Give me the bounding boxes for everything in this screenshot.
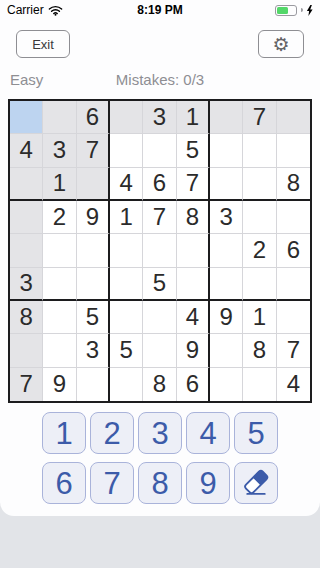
- cell-r3c6[interactable]: 3: [210, 201, 243, 234]
- cell-r0c1[interactable]: [43, 101, 76, 134]
- cell-r3c3[interactable]: 1: [110, 201, 143, 234]
- sudoku-board: 63174375146782917832635854913598779864: [8, 99, 312, 403]
- cell-r3c1[interactable]: 2: [43, 201, 76, 234]
- cell-r7c5[interactable]: 9: [177, 334, 210, 367]
- numpad-button-1[interactable]: 1: [42, 412, 86, 454]
- cell-r4c2[interactable]: [77, 234, 110, 267]
- exit-button[interactable]: Exit: [16, 30, 70, 58]
- cell-r7c8[interactable]: 7: [277, 334, 310, 367]
- battery-nub: [301, 8, 303, 12]
- cell-r8c4[interactable]: 8: [143, 368, 176, 401]
- charging-bolt-icon: [306, 5, 313, 16]
- cell-r7c4[interactable]: [143, 334, 176, 367]
- cell-r5c8[interactable]: [277, 268, 310, 301]
- cell-r4c4[interactable]: [143, 234, 176, 267]
- cell-r4c8[interactable]: 6: [277, 234, 310, 267]
- cell-r6c8[interactable]: [277, 301, 310, 334]
- numpad-button-7[interactable]: 7: [90, 462, 134, 504]
- cell-r0c5[interactable]: 1: [177, 101, 210, 134]
- cell-r1c4[interactable]: [143, 134, 176, 167]
- cell-r1c8[interactable]: [277, 134, 310, 167]
- cell-r6c3[interactable]: [110, 301, 143, 334]
- mistakes-label: Mistakes: 0/3: [0, 71, 320, 88]
- clock: 8:19 PM: [0, 3, 320, 17]
- cell-r8c7[interactable]: [243, 368, 276, 401]
- cell-r6c5[interactable]: 4: [177, 301, 210, 334]
- cell-r1c7[interactable]: [243, 134, 276, 167]
- cell-r7c3[interactable]: 5: [110, 334, 143, 367]
- cell-r7c7[interactable]: 8: [243, 334, 276, 367]
- cell-r6c7[interactable]: 1: [243, 301, 276, 334]
- app-card: Carrier 8:19 PM Exit ⚙ Easy Mistakes: 0/…: [0, 0, 320, 516]
- numpad-row-1: 12345: [42, 412, 278, 454]
- cell-r0c3[interactable]: [110, 101, 143, 134]
- cell-r3c4[interactable]: 7: [143, 201, 176, 234]
- cell-r7c6[interactable]: [210, 334, 243, 367]
- cell-r5c0[interactable]: 3: [10, 268, 43, 301]
- cell-r5c6[interactable]: [210, 268, 243, 301]
- cell-r2c5[interactable]: 7: [177, 168, 210, 201]
- cell-r5c1[interactable]: [43, 268, 76, 301]
- cell-r8c5[interactable]: 6: [177, 368, 210, 401]
- cell-r8c8[interactable]: 4: [277, 368, 310, 401]
- cell-r2c6[interactable]: [210, 168, 243, 201]
- cell-r6c6[interactable]: 9: [210, 301, 243, 334]
- cell-r0c8[interactable]: [277, 101, 310, 134]
- cell-r6c0[interactable]: 8: [10, 301, 43, 334]
- cell-r6c1[interactable]: [43, 301, 76, 334]
- cell-r1c1[interactable]: 3: [43, 134, 76, 167]
- numpad-button-4[interactable]: 4: [186, 412, 230, 454]
- battery-icon: [275, 5, 297, 16]
- info-bar: Easy Mistakes: 0/3: [0, 71, 320, 89]
- gear-icon: ⚙: [272, 35, 289, 54]
- cell-r8c0[interactable]: 7: [10, 368, 43, 401]
- cell-r5c2[interactable]: [77, 268, 110, 301]
- cell-r2c3[interactable]: 4: [110, 168, 143, 201]
- cell-r8c2[interactable]: [77, 368, 110, 401]
- cell-r7c0[interactable]: [10, 334, 43, 367]
- status-bar: Carrier 8:19 PM: [0, 0, 320, 20]
- cell-r6c4[interactable]: [143, 301, 176, 334]
- cell-r4c3[interactable]: [110, 234, 143, 267]
- cell-r7c1[interactable]: [43, 334, 76, 367]
- cell-r5c4[interactable]: 5: [143, 268, 176, 301]
- cell-r5c3[interactable]: [110, 268, 143, 301]
- cell-r4c0[interactable]: [10, 234, 43, 267]
- cell-r2c2[interactable]: [77, 168, 110, 201]
- cell-r4c1[interactable]: [43, 234, 76, 267]
- cell-r4c6[interactable]: [210, 234, 243, 267]
- eraser-button[interactable]: [234, 462, 278, 504]
- cell-r8c3[interactable]: [110, 368, 143, 401]
- cell-r1c6[interactable]: [210, 134, 243, 167]
- cell-r1c5[interactable]: 5: [177, 134, 210, 167]
- cell-r2c0[interactable]: [10, 168, 43, 201]
- cell-r0c4[interactable]: 3: [143, 101, 176, 134]
- cell-r1c2[interactable]: 7: [77, 134, 110, 167]
- cell-r2c1[interactable]: 1: [43, 168, 76, 201]
- numpad-button-3[interactable]: 3: [138, 412, 182, 454]
- cell-r5c7[interactable]: [243, 268, 276, 301]
- cell-r3c5[interactable]: 8: [177, 201, 210, 234]
- cell-r1c3[interactable]: [110, 134, 143, 167]
- cell-r5c5[interactable]: [177, 268, 210, 301]
- cell-r0c2[interactable]: 6: [77, 101, 110, 134]
- cell-r0c0[interactable]: [10, 101, 43, 134]
- eraser-icon: [241, 468, 271, 498]
- cell-r2c7[interactable]: [243, 168, 276, 201]
- cell-r6c2[interactable]: 5: [77, 301, 110, 334]
- cell-r3c7[interactable]: [243, 201, 276, 234]
- cell-r7c2[interactable]: 3: [77, 334, 110, 367]
- numpad-row-2: 6789: [42, 462, 278, 504]
- numpad-button-8[interactable]: 8: [138, 462, 182, 504]
- numpad-button-6[interactable]: 6: [42, 462, 86, 504]
- cell-r0c6[interactable]: [210, 101, 243, 134]
- numpad-button-9[interactable]: 9: [186, 462, 230, 504]
- cell-r4c7[interactable]: 2: [243, 234, 276, 267]
- cell-r0c7[interactable]: 7: [243, 101, 276, 134]
- cell-r3c2[interactable]: 9: [77, 201, 110, 234]
- cell-r3c8[interactable]: [277, 201, 310, 234]
- cell-r8c1[interactable]: 9: [43, 368, 76, 401]
- cell-r1c0[interactable]: 4: [10, 134, 43, 167]
- numpad-button-2[interactable]: 2: [90, 412, 134, 454]
- settings-button[interactable]: ⚙: [258, 30, 304, 58]
- numpad: 12345 6789: [0, 412, 320, 504]
- cell-r8c6[interactable]: [210, 368, 243, 401]
- cell-r3c0[interactable]: [10, 201, 43, 234]
- toolbar: Exit ⚙: [0, 30, 320, 58]
- cell-r4c5[interactable]: [177, 234, 210, 267]
- numpad-button-5[interactable]: 5: [234, 412, 278, 454]
- cell-r2c8[interactable]: 8: [277, 168, 310, 201]
- cell-r2c4[interactable]: 6: [143, 168, 176, 201]
